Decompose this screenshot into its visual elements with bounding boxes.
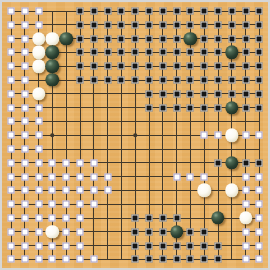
black-territory-marker[interactable]	[146, 104, 153, 111]
white-territory-marker[interactable]	[77, 228, 84, 235]
black-territory-marker[interactable]	[256, 63, 263, 70]
black-territory-marker[interactable]	[256, 8, 263, 15]
white-territory-marker[interactable]	[201, 132, 208, 139]
black-territory-marker[interactable]	[228, 63, 235, 70]
black-territory-marker[interactable]	[159, 8, 166, 15]
white-territory-marker[interactable]	[77, 187, 84, 194]
black-territory-marker[interactable]	[146, 256, 153, 263]
black-territory-marker[interactable]	[132, 77, 139, 84]
white-stone[interactable]	[32, 32, 45, 45]
white-territory-marker[interactable]	[104, 173, 111, 180]
black-territory-marker[interactable]	[201, 242, 208, 249]
black-territory-marker[interactable]	[173, 8, 180, 15]
black-territory-marker[interactable]	[104, 8, 111, 15]
black-territory-marker[interactable]	[132, 242, 139, 249]
black-territory-marker[interactable]	[104, 21, 111, 28]
white-territory-marker[interactable]	[242, 132, 249, 139]
white-territory-marker[interactable]	[8, 159, 15, 166]
white-territory-marker[interactable]	[21, 256, 28, 263]
white-territory-marker[interactable]	[35, 8, 42, 15]
black-territory-marker[interactable]	[228, 77, 235, 84]
white-territory-marker[interactable]	[77, 215, 84, 222]
white-territory-marker[interactable]	[90, 159, 97, 166]
white-territory-marker[interactable]	[256, 201, 263, 208]
white-territory-marker[interactable]	[8, 118, 15, 125]
black-territory-marker[interactable]	[90, 77, 97, 84]
star-point	[133, 133, 137, 137]
black-territory-marker[interactable]	[242, 159, 249, 166]
black-stone[interactable]	[211, 211, 224, 224]
white-territory-marker[interactable]	[21, 49, 28, 56]
black-territory-marker[interactable]	[146, 8, 153, 15]
white-territory-marker[interactable]	[21, 173, 28, 180]
black-stone[interactable]	[170, 225, 183, 238]
black-territory-marker[interactable]	[256, 159, 263, 166]
white-territory-marker[interactable]	[63, 215, 70, 222]
white-territory-marker[interactable]	[21, 187, 28, 194]
black-territory-marker[interactable]	[146, 35, 153, 42]
white-stone[interactable]	[197, 184, 210, 197]
grid-line	[11, 149, 260, 150]
black-territory-marker[interactable]	[215, 35, 222, 42]
black-territory-marker[interactable]	[242, 104, 249, 111]
white-territory-marker[interactable]	[8, 256, 15, 263]
white-territory-marker[interactable]	[35, 228, 42, 235]
white-territory-marker[interactable]	[8, 77, 15, 84]
black-territory-marker[interactable]	[187, 228, 194, 235]
black-territory-marker[interactable]	[90, 35, 97, 42]
black-stone[interactable]	[46, 46, 59, 59]
white-territory-marker[interactable]	[8, 146, 15, 153]
white-territory-marker[interactable]	[63, 256, 70, 263]
black-territory-marker[interactable]	[187, 90, 194, 97]
white-territory-marker[interactable]	[49, 201, 56, 208]
white-territory-marker[interactable]	[63, 242, 70, 249]
white-territory-marker[interactable]	[21, 77, 28, 84]
black-territory-marker[interactable]	[228, 8, 235, 15]
white-territory-marker[interactable]	[8, 90, 15, 97]
black-territory-marker[interactable]	[146, 228, 153, 235]
white-stone[interactable]	[32, 87, 45, 100]
black-stone[interactable]	[225, 46, 238, 59]
white-territory-marker[interactable]	[90, 187, 97, 194]
white-territory-marker[interactable]	[256, 242, 263, 249]
black-territory-marker[interactable]	[159, 242, 166, 249]
black-territory-marker[interactable]	[173, 104, 180, 111]
white-territory-marker[interactable]	[21, 132, 28, 139]
black-territory-marker[interactable]	[201, 77, 208, 84]
black-territory-marker[interactable]	[90, 8, 97, 15]
white-territory-marker[interactable]	[21, 118, 28, 125]
white-territory-marker[interactable]	[256, 132, 263, 139]
black-territory-marker[interactable]	[173, 21, 180, 28]
black-territory-marker[interactable]	[187, 256, 194, 263]
black-territory-marker[interactable]	[201, 49, 208, 56]
black-territory-marker[interactable]	[132, 49, 139, 56]
black-territory-marker[interactable]	[215, 8, 222, 15]
black-territory-marker[interactable]	[77, 8, 84, 15]
black-stone[interactable]	[184, 32, 197, 45]
white-territory-marker[interactable]	[77, 201, 84, 208]
white-territory-marker[interactable]	[8, 242, 15, 249]
black-territory-marker[interactable]	[104, 35, 111, 42]
white-territory-marker[interactable]	[201, 173, 208, 180]
white-territory-marker[interactable]	[8, 49, 15, 56]
white-territory-marker[interactable]	[256, 256, 263, 263]
white-territory-marker[interactable]	[242, 256, 249, 263]
white-territory-marker[interactable]	[63, 159, 70, 166]
black-territory-marker[interactable]	[228, 35, 235, 42]
white-territory-marker[interactable]	[35, 187, 42, 194]
black-territory-marker[interactable]	[90, 63, 97, 70]
white-territory-marker[interactable]	[187, 173, 194, 180]
black-territory-marker[interactable]	[215, 242, 222, 249]
black-territory-marker[interactable]	[201, 90, 208, 97]
black-territory-marker[interactable]	[201, 35, 208, 42]
black-territory-marker[interactable]	[132, 256, 139, 263]
white-territory-marker[interactable]	[21, 228, 28, 235]
white-territory-marker[interactable]	[8, 8, 15, 15]
black-territory-marker[interactable]	[104, 63, 111, 70]
black-territory-marker[interactable]	[146, 21, 153, 28]
black-territory-marker[interactable]	[118, 63, 125, 70]
black-territory-marker[interactable]	[146, 242, 153, 249]
black-territory-marker[interactable]	[77, 63, 84, 70]
white-territory-marker[interactable]	[21, 35, 28, 42]
white-territory-marker[interactable]	[256, 215, 263, 222]
black-territory-marker[interactable]	[228, 90, 235, 97]
white-territory-marker[interactable]	[35, 118, 42, 125]
white-territory-marker[interactable]	[77, 242, 84, 249]
black-territory-marker[interactable]	[132, 21, 139, 28]
black-territory-marker[interactable]	[104, 49, 111, 56]
black-territory-marker[interactable]	[187, 104, 194, 111]
black-territory-marker[interactable]	[159, 104, 166, 111]
white-territory-marker[interactable]	[21, 242, 28, 249]
black-territory-marker[interactable]	[201, 228, 208, 235]
black-territory-marker[interactable]	[256, 77, 263, 84]
black-territory-marker[interactable]	[228, 21, 235, 28]
black-territory-marker[interactable]	[187, 8, 194, 15]
black-territory-marker[interactable]	[215, 256, 222, 263]
black-territory-marker[interactable]	[201, 8, 208, 15]
black-territory-marker[interactable]	[173, 35, 180, 42]
black-territory-marker[interactable]	[159, 228, 166, 235]
white-territory-marker[interactable]	[8, 63, 15, 70]
black-territory-marker[interactable]	[256, 104, 263, 111]
black-stone[interactable]	[46, 73, 59, 86]
black-territory-marker[interactable]	[77, 49, 84, 56]
white-territory-marker[interactable]	[49, 256, 56, 263]
black-territory-marker[interactable]	[146, 215, 153, 222]
black-territory-marker[interactable]	[118, 77, 125, 84]
white-territory-marker[interactable]	[21, 146, 28, 153]
black-territory-marker[interactable]	[242, 35, 249, 42]
white-territory-marker[interactable]	[77, 173, 84, 180]
white-territory-marker[interactable]	[8, 201, 15, 208]
white-territory-marker[interactable]	[49, 173, 56, 180]
black-stone[interactable]	[46, 59, 59, 72]
white-territory-marker[interactable]	[21, 90, 28, 97]
black-territory-marker[interactable]	[173, 63, 180, 70]
white-stone[interactable]	[225, 128, 238, 141]
black-territory-marker[interactable]	[146, 90, 153, 97]
white-stone[interactable]	[46, 32, 59, 45]
black-stone[interactable]	[225, 156, 238, 169]
white-territory-marker[interactable]	[35, 256, 42, 263]
black-territory-marker[interactable]	[159, 256, 166, 263]
black-territory-marker[interactable]	[256, 35, 263, 42]
black-territory-marker[interactable]	[104, 77, 111, 84]
white-territory-marker[interactable]	[21, 104, 28, 111]
white-stone[interactable]	[46, 225, 59, 238]
black-territory-marker[interactable]	[256, 49, 263, 56]
black-stone[interactable]	[225, 101, 238, 114]
white-territory-marker[interactable]	[63, 187, 70, 194]
white-territory-marker[interactable]	[49, 242, 56, 249]
white-territory-marker[interactable]	[21, 159, 28, 166]
black-territory-marker[interactable]	[173, 256, 180, 263]
white-territory-marker[interactable]	[242, 242, 249, 249]
black-territory-marker[interactable]	[159, 21, 166, 28]
black-territory-marker[interactable]	[187, 77, 194, 84]
white-territory-marker[interactable]	[242, 201, 249, 208]
white-territory-marker[interactable]	[21, 215, 28, 222]
black-territory-marker[interactable]	[173, 49, 180, 56]
go-board[interactable]	[0, 0, 270, 270]
black-territory-marker[interactable]	[187, 63, 194, 70]
white-stone[interactable]	[225, 184, 238, 197]
black-territory-marker[interactable]	[132, 228, 139, 235]
black-territory-marker[interactable]	[90, 49, 97, 56]
white-stone[interactable]	[32, 46, 45, 59]
white-territory-marker[interactable]	[8, 173, 15, 180]
white-territory-marker[interactable]	[90, 201, 97, 208]
black-territory-marker[interactable]	[132, 215, 139, 222]
black-territory-marker[interactable]	[242, 63, 249, 70]
white-territory-marker[interactable]	[77, 256, 84, 263]
white-territory-marker[interactable]	[35, 215, 42, 222]
black-territory-marker[interactable]	[215, 104, 222, 111]
white-territory-marker[interactable]	[35, 132, 42, 139]
black-territory-marker[interactable]	[159, 215, 166, 222]
black-territory-marker[interactable]	[256, 21, 263, 28]
white-territory-marker[interactable]	[8, 215, 15, 222]
white-territory-marker[interactable]	[63, 228, 70, 235]
white-territory-marker[interactable]	[21, 8, 28, 15]
white-territory-marker[interactable]	[8, 132, 15, 139]
black-territory-marker[interactable]	[215, 159, 222, 166]
black-territory-marker[interactable]	[173, 215, 180, 222]
black-territory-marker[interactable]	[187, 21, 194, 28]
white-territory-marker[interactable]	[104, 187, 111, 194]
black-territory-marker[interactable]	[159, 35, 166, 42]
black-territory-marker[interactable]	[187, 49, 194, 56]
black-territory-marker[interactable]	[215, 21, 222, 28]
black-territory-marker[interactable]	[118, 8, 125, 15]
white-stone[interactable]	[239, 211, 252, 224]
black-territory-marker[interactable]	[173, 77, 180, 84]
white-territory-marker[interactable]	[173, 173, 180, 180]
white-territory-marker[interactable]	[21, 201, 28, 208]
black-territory-marker[interactable]	[256, 90, 263, 97]
white-territory-marker[interactable]	[8, 228, 15, 235]
black-territory-marker[interactable]	[118, 21, 125, 28]
black-territory-marker[interactable]	[132, 8, 139, 15]
white-territory-marker[interactable]	[8, 187, 15, 194]
white-territory-marker[interactable]	[35, 104, 42, 111]
black-territory-marker[interactable]	[159, 90, 166, 97]
black-territory-marker[interactable]	[242, 49, 249, 56]
white-territory-marker[interactable]	[256, 173, 263, 180]
white-territory-marker[interactable]	[21, 21, 28, 28]
black-territory-marker[interactable]	[118, 35, 125, 42]
black-territory-marker[interactable]	[242, 8, 249, 15]
white-territory-marker[interactable]	[90, 256, 97, 263]
black-territory-marker[interactable]	[118, 49, 125, 56]
black-territory-marker[interactable]	[146, 77, 153, 84]
black-territory-marker[interactable]	[146, 49, 153, 56]
white-territory-marker[interactable]	[35, 146, 42, 153]
black-territory-marker[interactable]	[201, 256, 208, 263]
white-territory-marker[interactable]	[242, 187, 249, 194]
white-territory-marker[interactable]	[35, 21, 42, 28]
star-point	[51, 133, 55, 137]
black-territory-marker[interactable]	[242, 90, 249, 97]
white-territory-marker[interactable]	[35, 159, 42, 166]
white-territory-marker[interactable]	[256, 228, 263, 235]
white-territory-marker[interactable]	[242, 173, 249, 180]
black-territory-marker[interactable]	[215, 90, 222, 97]
white-territory-marker[interactable]	[21, 63, 28, 70]
black-territory-marker[interactable]	[90, 21, 97, 28]
white-territory-marker[interactable]	[8, 21, 15, 28]
white-territory-marker[interactable]	[8, 35, 15, 42]
black-territory-marker[interactable]	[159, 77, 166, 84]
black-territory-marker[interactable]	[215, 49, 222, 56]
black-territory-marker[interactable]	[242, 21, 249, 28]
white-territory-marker[interactable]	[49, 215, 56, 222]
white-territory-marker[interactable]	[242, 228, 249, 235]
white-territory-marker[interactable]	[35, 173, 42, 180]
white-territory-marker[interactable]	[256, 187, 263, 194]
black-territory-marker[interactable]	[215, 77, 222, 84]
white-territory-marker[interactable]	[35, 242, 42, 249]
white-stone[interactable]	[32, 59, 45, 72]
white-territory-marker[interactable]	[215, 132, 222, 139]
black-territory-marker[interactable]	[146, 63, 153, 70]
black-territory-marker[interactable]	[159, 49, 166, 56]
black-territory-marker[interactable]	[201, 21, 208, 28]
black-territory-marker[interactable]	[201, 104, 208, 111]
black-territory-marker[interactable]	[173, 90, 180, 97]
black-territory-marker[interactable]	[242, 77, 249, 84]
white-territory-marker[interactable]	[90, 173, 97, 180]
black-territory-marker[interactable]	[201, 63, 208, 70]
black-territory-marker[interactable]	[187, 242, 194, 249]
white-territory-marker[interactable]	[49, 187, 56, 194]
black-territory-marker[interactable]	[77, 77, 84, 84]
white-territory-marker[interactable]	[63, 173, 70, 180]
white-territory-marker[interactable]	[35, 201, 42, 208]
black-territory-marker[interactable]	[77, 21, 84, 28]
black-territory-marker[interactable]	[132, 63, 139, 70]
white-territory-marker[interactable]	[77, 159, 84, 166]
black-territory-marker[interactable]	[132, 35, 139, 42]
white-territory-marker[interactable]	[63, 201, 70, 208]
black-stone[interactable]	[59, 32, 72, 45]
white-territory-marker[interactable]	[8, 104, 15, 111]
white-territory-marker[interactable]	[49, 159, 56, 166]
black-territory-marker[interactable]	[173, 242, 180, 249]
black-territory-marker[interactable]	[77, 35, 84, 42]
black-territory-marker[interactable]	[215, 63, 222, 70]
black-territory-marker[interactable]	[159, 63, 166, 70]
